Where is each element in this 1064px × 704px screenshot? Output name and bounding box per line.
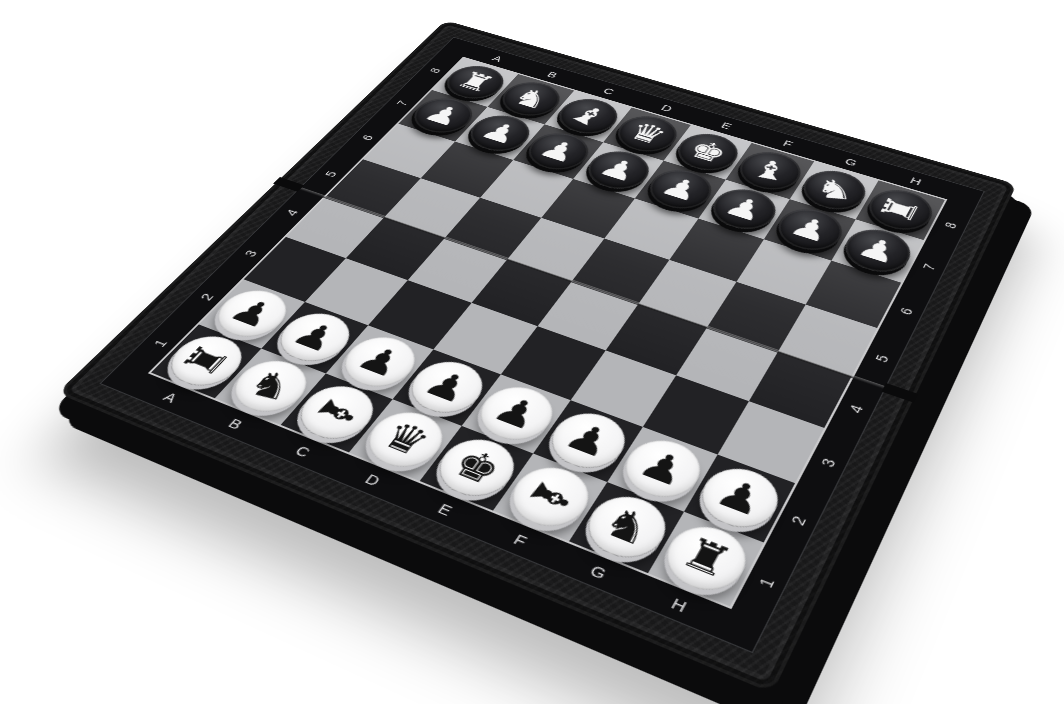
- black-pawn-icon: ♟: [418, 100, 468, 130]
- white-rook-icon: ♜: [175, 340, 238, 381]
- product-photo-scene: ABCDEFGH ABCDEFGH 87654321 87654321 ♜♞♝♛…: [0, 0, 1064, 704]
- black-knight-icon: ♞: [507, 84, 556, 113]
- black-knight-icon: ♞: [816, 176, 854, 204]
- white-pawn-icon: ♟: [222, 293, 282, 333]
- board-frame: ABCDEFGH ABCDEFGH 87654321 87654321 ♜♞♝♛…: [57, 20, 1017, 693]
- hinge-notch-right: [882, 383, 919, 403]
- white-pawn-icon: ♟: [558, 417, 619, 464]
- black-rook-icon: ♜: [874, 193, 926, 226]
- white-pawn-icon: ♟: [486, 390, 547, 436]
- board-margin: ABCDEFGH ABCDEFGH 87654321 87654321 ♜♞♝♛…: [99, 37, 984, 653]
- white-pawn-icon: ♟: [285, 316, 345, 357]
- black-pawn-icon: ♟: [655, 172, 706, 206]
- black-pawn-icon: ♟: [533, 135, 583, 167]
- white-pawn-icon: ♟: [632, 444, 694, 493]
- black-pawn-icon: ♟: [785, 212, 836, 248]
- black-pawn-icon: ♟: [475, 118, 525, 149]
- white-pawn-icon: ♟: [350, 340, 410, 383]
- white-bishop-icon: ♝: [517, 471, 584, 522]
- pieces-layer: ♜♞♝♛♚♝♞♜♟♟♟♟♟♟♟♟♟♟♟♟♟♟♟♟♜♞♝♛♚♝♞♜: [151, 58, 945, 606]
- white-queen-icon: ♛: [374, 416, 437, 463]
- playfield-border: ♜♞♝♛♚♝♞♜♟♟♟♟♟♟♟♟♟♟♟♟♟♟♟♟♜♞♝♛♚♝♞♜: [148, 57, 947, 609]
- white-rook-icon: ♜: [674, 531, 738, 586]
- black-bishop-icon: ♝: [563, 101, 615, 132]
- white-pawn-icon: ♟: [709, 472, 771, 523]
- white-pawn-icon: ♟: [417, 365, 478, 409]
- black-pawn-icon: ♟: [593, 154, 643, 187]
- chess-board: ABCDEFGH ABCDEFGH 87654321 87654321 ♜♞♝♛…: [57, 20, 1017, 693]
- black-pawn-icon: ♟: [719, 192, 770, 227]
- black-pawn-icon: ♟: [852, 232, 903, 269]
- white-knight-icon: ♞: [595, 500, 659, 553]
- hinge-notch-left: [273, 177, 304, 192]
- black-king-icon: ♚: [683, 136, 732, 168]
- white-king-icon: ♚: [445, 443, 509, 492]
- white-bishop-icon: ♝: [305, 390, 370, 435]
- white-knight-icon: ♞: [241, 365, 300, 406]
- black-queen-icon: ♛: [623, 118, 672, 149]
- black-bishop-icon: ♝: [748, 155, 792, 186]
- black-rook-icon: ♜: [451, 68, 499, 96]
